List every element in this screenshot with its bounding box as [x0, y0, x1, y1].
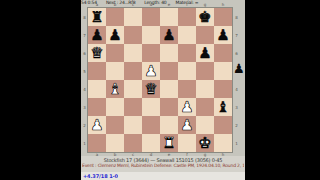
square-f1[interactable]	[178, 134, 196, 152]
video-frame: abcdefgh abcdefgh 87654321 87654321 ♜♚♟♟…	[0, 0, 320, 180]
rank-labels-right: 87654321	[233, 8, 240, 152]
square-b1[interactable]	[106, 134, 124, 152]
white-pawn[interactable]: ♟	[180, 98, 193, 116]
square-a1[interactable]	[88, 134, 106, 152]
square-e7[interactable]: ♟	[160, 26, 178, 44]
white-queen[interactable]: ♛	[144, 80, 157, 98]
square-a4[interactable]	[88, 80, 106, 98]
white-pawn[interactable]: ♟	[144, 62, 157, 80]
square-h6[interactable]	[214, 44, 232, 62]
square-f6[interactable]	[178, 44, 196, 62]
square-b7[interactable]: ♟	[106, 26, 124, 44]
rank-label-7: 7	[81, 26, 88, 44]
rank-label-1: 1	[81, 134, 88, 152]
square-a5[interactable]	[88, 62, 106, 80]
black-king[interactable]: ♚	[198, 8, 211, 26]
square-d7[interactable]	[142, 26, 160, 44]
square-h3[interactable]: ♝	[214, 98, 232, 116]
square-e1[interactable]: ♜	[160, 134, 178, 152]
square-b3[interactable]	[106, 98, 124, 116]
square-e2[interactable]	[160, 116, 178, 134]
square-c8[interactable]	[124, 8, 142, 26]
square-b4[interactable]: ♝	[106, 80, 124, 98]
rank-label-1: 1	[233, 134, 240, 152]
square-f5[interactable]	[178, 62, 196, 80]
square-d5[interactable]: ♟	[142, 62, 160, 80]
square-e8[interactable]	[160, 8, 178, 26]
square-b5[interactable]	[106, 62, 124, 80]
square-c7[interactable]	[124, 26, 142, 44]
square-d8[interactable]	[142, 8, 160, 26]
square-b2[interactable]	[106, 116, 124, 134]
square-f4[interactable]	[178, 80, 196, 98]
square-c3[interactable]	[124, 98, 142, 116]
black-pawn[interactable]: ♟	[198, 44, 211, 62]
square-g3[interactable]	[196, 98, 214, 116]
white-queen[interactable]: ♛	[90, 44, 103, 62]
square-a8[interactable]: ♜	[88, 8, 106, 26]
white-pawn[interactable]: ♟	[90, 116, 103, 134]
side-to-move-pawn-icon: ♟	[233, 61, 245, 76]
chess-board[interactable]: ♜♚♟♟♟♟♛♟♟♝♛♟♝♟♟♜♚	[88, 8, 232, 152]
black-pawn[interactable]: ♟	[108, 26, 121, 44]
square-f7[interactable]	[178, 26, 196, 44]
square-b8[interactable]	[106, 8, 124, 26]
square-c6[interactable]	[124, 44, 142, 62]
square-h2[interactable]	[214, 116, 232, 134]
rank-labels-left: 87654321	[81, 8, 88, 152]
square-a7[interactable]: ♟	[88, 26, 106, 44]
square-g6[interactable]: ♟	[196, 44, 214, 62]
square-h5[interactable]	[214, 62, 232, 80]
rank-label-3: 3	[81, 98, 88, 116]
black-pawn[interactable]: ♟	[162, 26, 175, 44]
square-c4[interactable]	[124, 80, 142, 98]
square-d2[interactable]	[142, 116, 160, 134]
square-f8[interactable]	[178, 8, 196, 26]
rank-label-5: 5	[81, 62, 88, 80]
square-f3[interactable]: ♟	[178, 98, 196, 116]
white-king[interactable]: ♚	[198, 134, 211, 152]
square-g5[interactable]	[196, 62, 214, 80]
square-b6[interactable]	[106, 44, 124, 62]
square-h7[interactable]: ♟	[214, 26, 232, 44]
square-f2[interactable]: ♟	[178, 116, 196, 134]
square-d6[interactable]	[142, 44, 160, 62]
square-a2[interactable]: ♟	[88, 116, 106, 134]
rank-label-4: 4	[81, 80, 88, 98]
square-g4[interactable]	[196, 80, 214, 98]
square-a3[interactable]	[88, 98, 106, 116]
square-h4[interactable]	[214, 80, 232, 98]
square-c1[interactable]	[124, 134, 142, 152]
rank-label-6: 6	[81, 44, 88, 62]
rank-label-8: 8	[233, 8, 240, 26]
square-c5[interactable]	[124, 62, 142, 80]
white-rook[interactable]: ♜	[162, 134, 175, 152]
square-g8[interactable]: ♚	[196, 8, 214, 26]
square-d3[interactable]	[142, 98, 160, 116]
white-pawn[interactable]: ♟	[180, 116, 193, 134]
square-e3[interactable]	[160, 98, 178, 116]
rank-label-8: 8	[81, 8, 88, 26]
square-a6[interactable]: ♛	[88, 44, 106, 62]
rank-label-4: 4	[233, 80, 240, 98]
square-g7[interactable]	[196, 26, 214, 44]
rank-label-6: 6	[233, 44, 240, 62]
square-g1[interactable]: ♚	[196, 134, 214, 152]
engine-eval-text: +4.37/18 1-0	[83, 173, 118, 179]
chess-gui-panel: abcdefgh abcdefgh 87654321 87654321 ♜♚♟♟…	[81, 0, 245, 180]
square-g2[interactable]	[196, 116, 214, 134]
square-h8[interactable]	[214, 8, 232, 26]
square-d1[interactable]	[142, 134, 160, 152]
black-pawn[interactable]: ♟	[90, 26, 103, 44]
black-rook[interactable]: ♜	[90, 8, 103, 26]
square-e5[interactable]	[160, 62, 178, 80]
square-d4[interactable]: ♛	[142, 80, 160, 98]
square-h1[interactable]	[214, 134, 232, 152]
event-line: Event : Clemenz Meml, Rubinstein Defense…	[82, 163, 244, 168]
square-c2[interactable]	[124, 116, 142, 134]
square-e4[interactable]	[160, 80, 178, 98]
black-bishop[interactable]: ♝	[216, 98, 229, 116]
rank-label-3: 3	[233, 98, 240, 116]
black-pawn[interactable]: ♟	[216, 26, 229, 44]
white-bishop[interactable]: ♝	[108, 80, 121, 98]
rank-label-2: 2	[233, 116, 240, 134]
rank-label-2: 2	[81, 116, 88, 134]
rank-label-7: 7	[233, 26, 240, 44]
square-e6[interactable]	[160, 44, 178, 62]
